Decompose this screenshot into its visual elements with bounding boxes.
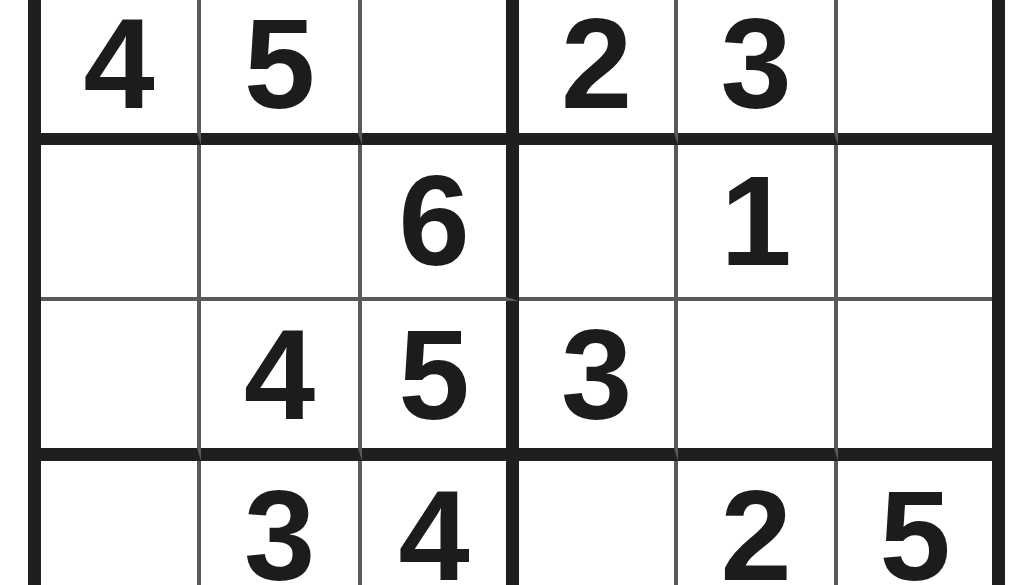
cell-r2c2[interactable]: 5 — [201, 0, 362, 145]
cell-r2c4[interactable]: 2 — [519, 0, 678, 145]
sudoku-board: 4523614533425 — [28, 0, 1005, 585]
cell-r2c3[interactable] — [362, 0, 519, 145]
cell-r5c5[interactable]: 2 — [678, 461, 838, 585]
cell-r5c3[interactable]: 4 — [362, 461, 519, 585]
cell-r3c3[interactable]: 6 — [362, 145, 519, 301]
cell-r2c6[interactable] — [838, 0, 992, 145]
cell-r4c3[interactable]: 5 — [362, 301, 519, 461]
cell-r2c1[interactable]: 4 — [41, 0, 201, 145]
cell-r3c4[interactable] — [519, 145, 678, 301]
cell-r5c2[interactable]: 3 — [201, 461, 362, 585]
cell-r4c2[interactable]: 4 — [201, 301, 362, 461]
screenshot-canvas: 4523614533425 — [0, 0, 1024, 585]
cell-r3c6[interactable] — [838, 145, 992, 301]
cell-r4c5[interactable] — [678, 301, 838, 461]
cell-r5c4[interactable] — [519, 461, 678, 585]
cell-r4c4[interactable]: 3 — [519, 301, 678, 461]
cell-r3c2[interactable] — [201, 145, 362, 301]
cell-r2c5[interactable]: 3 — [678, 0, 838, 145]
cell-r5c6[interactable]: 5 — [838, 461, 992, 585]
cell-r5c1[interactable] — [41, 461, 201, 585]
cell-r4c6[interactable] — [838, 301, 992, 461]
cell-r3c5[interactable]: 1 — [678, 145, 838, 301]
cell-r4c1[interactable] — [41, 301, 201, 461]
cell-r3c1[interactable] — [41, 145, 201, 301]
